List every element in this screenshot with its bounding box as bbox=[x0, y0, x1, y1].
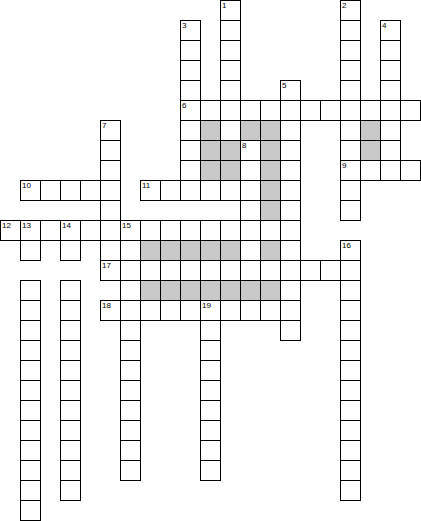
cell[interactable] bbox=[20, 300, 41, 321]
blocked-cell bbox=[260, 180, 281, 201]
cell[interactable] bbox=[380, 160, 401, 181]
cell[interactable] bbox=[120, 380, 141, 401]
cell[interactable] bbox=[120, 260, 141, 281]
cell[interactable] bbox=[20, 420, 41, 441]
cell[interactable] bbox=[120, 360, 141, 381]
cell[interactable] bbox=[220, 120, 241, 141]
cell[interactable] bbox=[220, 40, 241, 61]
cell[interactable] bbox=[20, 180, 41, 201]
cell[interactable] bbox=[60, 240, 81, 261]
blocked-cell bbox=[260, 200, 281, 221]
cell[interactable] bbox=[340, 80, 361, 101]
blocked-cell bbox=[200, 160, 221, 181]
cell[interactable] bbox=[280, 260, 301, 281]
cell[interactable] bbox=[180, 140, 201, 161]
cell[interactable] bbox=[200, 260, 221, 281]
cell[interactable] bbox=[180, 300, 201, 321]
cell[interactable] bbox=[220, 220, 241, 241]
cell[interactable] bbox=[60, 400, 81, 421]
blocked-cell bbox=[360, 140, 381, 161]
blocked-cell bbox=[240, 120, 261, 141]
cell[interactable] bbox=[200, 320, 221, 341]
cell[interactable] bbox=[120, 340, 141, 361]
cell[interactable] bbox=[240, 140, 261, 161]
cell[interactable] bbox=[280, 300, 301, 321]
cell[interactable] bbox=[140, 300, 161, 321]
cell[interactable] bbox=[340, 300, 361, 321]
cell[interactable] bbox=[260, 100, 281, 121]
cell[interactable] bbox=[20, 280, 41, 301]
cell[interactable] bbox=[240, 100, 261, 121]
cell[interactable] bbox=[200, 300, 221, 321]
cell[interactable] bbox=[80, 220, 101, 241]
cell[interactable] bbox=[180, 40, 201, 61]
cell[interactable] bbox=[180, 160, 201, 181]
cell[interactable] bbox=[340, 320, 361, 341]
blocked-cell bbox=[260, 240, 281, 261]
cell[interactable] bbox=[20, 380, 41, 401]
blocked-cell bbox=[260, 120, 281, 141]
cell[interactable] bbox=[100, 200, 121, 221]
blocked-cell bbox=[200, 120, 221, 141]
cell[interactable] bbox=[240, 260, 261, 281]
cell[interactable] bbox=[200, 100, 221, 121]
cell[interactable] bbox=[340, 140, 361, 161]
cell[interactable] bbox=[40, 180, 61, 201]
cell[interactable] bbox=[240, 240, 261, 261]
cell[interactable] bbox=[160, 220, 181, 241]
cell[interactable] bbox=[180, 20, 201, 41]
cell[interactable] bbox=[220, 60, 241, 81]
crossword-page: 12345678910111213141516171819 bbox=[0, 0, 421, 521]
cell[interactable] bbox=[20, 320, 41, 341]
cell[interactable] bbox=[20, 360, 41, 381]
cell[interactable] bbox=[180, 120, 201, 141]
cell[interactable] bbox=[220, 100, 241, 121]
cell[interactable] bbox=[20, 400, 41, 421]
cell[interactable] bbox=[340, 200, 361, 221]
cell[interactable] bbox=[200, 420, 221, 441]
cell[interactable] bbox=[280, 80, 301, 101]
cell[interactable] bbox=[340, 0, 361, 21]
blocked-cell bbox=[260, 280, 281, 301]
cell[interactable] bbox=[280, 240, 301, 261]
cell[interactable] bbox=[20, 220, 41, 241]
cell[interactable] bbox=[240, 180, 261, 201]
cell[interactable] bbox=[340, 400, 361, 421]
cell[interactable] bbox=[340, 280, 361, 301]
cell[interactable] bbox=[80, 180, 101, 201]
cell[interactable] bbox=[200, 340, 221, 361]
cell[interactable] bbox=[400, 100, 421, 121]
cell[interactable] bbox=[340, 60, 361, 81]
cell[interactable] bbox=[60, 360, 81, 381]
cell[interactable] bbox=[340, 420, 361, 441]
blocked-cell bbox=[200, 280, 221, 301]
blocked-cell bbox=[140, 280, 161, 301]
blocked-cell bbox=[260, 160, 281, 181]
cell[interactable] bbox=[300, 260, 321, 281]
blocked-cell bbox=[200, 240, 221, 261]
cell[interactable] bbox=[340, 160, 361, 181]
cell[interactable] bbox=[300, 100, 321, 121]
cell[interactable] bbox=[200, 460, 221, 481]
blocked-cell bbox=[260, 140, 281, 161]
cell[interactable] bbox=[120, 220, 141, 241]
cell[interactable] bbox=[200, 220, 221, 241]
blocked-cell bbox=[220, 160, 241, 181]
cell[interactable] bbox=[100, 120, 121, 141]
cell[interactable] bbox=[100, 180, 121, 201]
cell[interactable] bbox=[260, 220, 281, 241]
cell[interactable] bbox=[160, 300, 181, 321]
cell[interactable] bbox=[220, 80, 241, 101]
cell[interactable] bbox=[260, 300, 281, 321]
cell[interactable] bbox=[340, 480, 361, 501]
cell[interactable] bbox=[40, 220, 61, 241]
cell[interactable] bbox=[200, 360, 221, 381]
cell[interactable] bbox=[340, 340, 361, 361]
crossword-grid: 12345678910111213141516171819 bbox=[0, 0, 421, 521]
cell[interactable] bbox=[200, 380, 221, 401]
cell[interactable] bbox=[200, 180, 221, 201]
cell[interactable] bbox=[280, 320, 301, 341]
blocked-cell bbox=[160, 240, 181, 261]
cell[interactable] bbox=[340, 100, 361, 121]
cell[interactable] bbox=[160, 180, 181, 201]
cell[interactable] bbox=[180, 180, 201, 201]
cell[interactable] bbox=[340, 460, 361, 481]
cell[interactable] bbox=[380, 20, 401, 41]
cell[interactable] bbox=[140, 220, 161, 241]
cell[interactable] bbox=[340, 360, 361, 381]
blocked-cell bbox=[220, 280, 241, 301]
cell[interactable] bbox=[180, 100, 201, 121]
cell[interactable] bbox=[340, 380, 361, 401]
cell[interactable] bbox=[360, 100, 381, 121]
blocked-cell bbox=[360, 120, 381, 141]
cell[interactable] bbox=[340, 120, 361, 141]
cell[interactable] bbox=[240, 220, 261, 241]
cell[interactable] bbox=[60, 220, 81, 241]
cell[interactable] bbox=[280, 100, 301, 121]
cell[interactable] bbox=[340, 240, 361, 261]
cell[interactable] bbox=[120, 440, 141, 461]
cell[interactable] bbox=[20, 480, 41, 501]
cell[interactable] bbox=[60, 480, 81, 501]
cell[interactable] bbox=[20, 340, 41, 361]
cell[interactable] bbox=[340, 440, 361, 461]
cell[interactable] bbox=[120, 240, 141, 261]
blocked-cell bbox=[200, 140, 221, 161]
cell[interactable] bbox=[120, 320, 141, 341]
cell[interactable] bbox=[320, 100, 341, 121]
cell[interactable] bbox=[120, 460, 141, 481]
blocked-cell bbox=[240, 280, 261, 301]
cell[interactable] bbox=[280, 140, 301, 161]
cell[interactable] bbox=[400, 160, 421, 181]
cell[interactable] bbox=[360, 160, 381, 181]
cell[interactable] bbox=[100, 300, 121, 321]
blocked-cell bbox=[180, 240, 201, 261]
cell[interactable] bbox=[380, 120, 401, 141]
cell[interactable] bbox=[240, 300, 261, 321]
cell[interactable] bbox=[260, 260, 281, 281]
cell[interactable] bbox=[200, 400, 221, 421]
cell[interactable] bbox=[280, 160, 301, 181]
cell[interactable] bbox=[180, 220, 201, 241]
cell[interactable] bbox=[140, 180, 161, 201]
blocked-cell bbox=[220, 240, 241, 261]
cell[interactable] bbox=[60, 440, 81, 461]
cell[interactable] bbox=[340, 20, 361, 41]
cell[interactable] bbox=[220, 0, 241, 21]
cell[interactable] bbox=[340, 40, 361, 61]
cell[interactable] bbox=[60, 340, 81, 361]
cell[interactable] bbox=[240, 160, 261, 181]
cell[interactable] bbox=[180, 60, 201, 81]
cell[interactable] bbox=[120, 420, 141, 441]
cell[interactable] bbox=[380, 80, 401, 101]
cell[interactable] bbox=[180, 80, 201, 101]
cell[interactable] bbox=[280, 180, 301, 201]
cell[interactable] bbox=[60, 380, 81, 401]
cell[interactable] bbox=[280, 220, 301, 241]
blocked-cell bbox=[180, 280, 201, 301]
cell[interactable] bbox=[0, 220, 21, 241]
cell[interactable] bbox=[20, 440, 41, 461]
cell[interactable] bbox=[120, 300, 141, 321]
cell[interactable] bbox=[100, 160, 121, 181]
cell[interactable] bbox=[20, 460, 41, 481]
cell[interactable] bbox=[220, 300, 241, 321]
cell[interactable] bbox=[60, 300, 81, 321]
cell[interactable] bbox=[60, 320, 81, 341]
cell[interactable] bbox=[220, 180, 241, 201]
cell[interactable] bbox=[380, 60, 401, 81]
cell[interactable] bbox=[100, 220, 121, 241]
cell[interactable] bbox=[120, 280, 141, 301]
cell[interactable] bbox=[380, 140, 401, 161]
cell[interactable] bbox=[100, 240, 121, 261]
cell[interactable] bbox=[60, 180, 81, 201]
cell[interactable] bbox=[60, 420, 81, 441]
blocked-cell bbox=[140, 240, 161, 261]
cell[interactable] bbox=[340, 180, 361, 201]
cell[interactable] bbox=[340, 260, 361, 281]
cell[interactable] bbox=[320, 260, 341, 281]
cell[interactable] bbox=[220, 20, 241, 41]
cell[interactable] bbox=[20, 500, 41, 521]
cell[interactable] bbox=[140, 260, 161, 281]
cell[interactable] bbox=[60, 280, 81, 301]
cell[interactable] bbox=[200, 440, 221, 461]
cell[interactable] bbox=[60, 460, 81, 481]
cell[interactable] bbox=[120, 400, 141, 421]
cell[interactable] bbox=[280, 280, 301, 301]
cell[interactable] bbox=[380, 100, 401, 121]
cell[interactable] bbox=[380, 40, 401, 61]
cell[interactable] bbox=[280, 120, 301, 141]
cell[interactable] bbox=[280, 200, 301, 221]
cell[interactable] bbox=[240, 200, 261, 221]
blocked-cell bbox=[220, 140, 241, 161]
cell[interactable] bbox=[220, 260, 241, 281]
cell[interactable] bbox=[20, 240, 41, 261]
cell[interactable] bbox=[180, 260, 201, 281]
blocked-cell bbox=[160, 280, 181, 301]
cell[interactable] bbox=[100, 260, 121, 281]
cell[interactable] bbox=[100, 140, 121, 161]
cell[interactable] bbox=[160, 260, 181, 281]
